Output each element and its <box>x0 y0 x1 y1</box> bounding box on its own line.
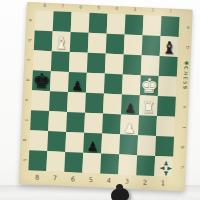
square-b2[interactable] <box>142 35 161 56</box>
coord-label: 2 <box>136 179 154 186</box>
coord-label: 8 <box>28 174 46 181</box>
square-a1[interactable] <box>161 16 180 37</box>
square-f1[interactable] <box>156 116 175 137</box>
piece-white-pawn[interactable]: ♟ <box>123 122 135 136</box>
coord-label: 2 <box>144 8 162 15</box>
piece-white-rook[interactable]: ♜ <box>141 100 155 116</box>
square-e1[interactable] <box>157 96 176 117</box>
square-e7[interactable] <box>49 91 68 112</box>
square-d3[interactable] <box>122 74 141 95</box>
square-f5[interactable] <box>84 113 103 134</box>
chessboard: 87654321 87654321 abcdefgh abcdefgh ◉ CH… <box>19 2 193 191</box>
square-e8[interactable] <box>31 90 50 111</box>
coord-label: 4 <box>100 178 118 185</box>
square-h7[interactable] <box>46 151 65 172</box>
square-e3[interactable]: ♟ <box>121 94 140 115</box>
square-c7[interactable] <box>51 51 70 72</box>
square-h6[interactable] <box>64 152 83 173</box>
square-a5[interactable] <box>89 13 108 34</box>
square-g7[interactable] <box>47 131 66 152</box>
square-b1[interactable]: ♝ <box>160 36 179 57</box>
square-g1[interactable] <box>155 136 174 157</box>
piece-black-pawn[interactable]: ♟ <box>124 102 136 116</box>
coord-label: a <box>178 23 198 32</box>
coord-label: 4 <box>108 7 126 14</box>
corner-logo-icon: ♟♟♟♟ <box>158 160 173 177</box>
coord-label: 7 <box>54 4 72 11</box>
square-f2[interactable] <box>138 115 157 136</box>
square-h4[interactable] <box>100 154 119 175</box>
square-b4[interactable] <box>106 34 125 55</box>
square-f6[interactable] <box>66 112 85 133</box>
square-g2[interactable] <box>137 135 156 156</box>
square-d5[interactable] <box>86 73 105 94</box>
square-d7[interactable] <box>50 71 69 92</box>
square-c3[interactable] <box>123 54 142 75</box>
square-e2[interactable]: ♜ <box>139 95 158 116</box>
square-h2[interactable] <box>136 155 155 176</box>
square-g6[interactable] <box>65 132 84 153</box>
square-c6[interactable] <box>69 52 88 73</box>
coord-label: 5 <box>90 6 108 13</box>
square-e4[interactable] <box>103 94 122 115</box>
coord-label: e <box>174 103 194 112</box>
square-f8[interactable] <box>30 110 49 131</box>
piece-black-pawn[interactable]: ♟ <box>71 79 83 93</box>
square-h3[interactable] <box>118 154 137 175</box>
square-e6[interactable] <box>67 92 86 113</box>
coord-label: f <box>173 123 193 132</box>
coord-label: h <box>171 163 191 172</box>
square-b6[interactable] <box>70 32 89 53</box>
square-d4[interactable] <box>104 74 123 95</box>
square-b5[interactable] <box>88 33 107 54</box>
square-g3[interactable] <box>119 134 138 155</box>
coord-label: 3 <box>126 7 144 14</box>
brand-label: CHESS <box>182 66 189 91</box>
square-e5[interactable] <box>85 93 104 114</box>
square-b7[interactable]: ♝ <box>52 31 71 52</box>
piece-white-bishop[interactable]: ♝ <box>53 34 69 52</box>
coord-label: 1 <box>162 9 180 16</box>
brand-logo-icon: ◉ <box>183 59 189 65</box>
coord-label: 1 <box>154 180 172 187</box>
square-b8[interactable] <box>34 30 53 51</box>
square-f3[interactable]: ♟ <box>120 114 139 135</box>
square-h5[interactable] <box>82 153 101 174</box>
piece-black-pawn[interactable]: ♟ <box>86 140 98 154</box>
piece-black-king[interactable]: ♚ <box>32 70 51 91</box>
piece-black-bishop[interactable]: ♝ <box>161 39 177 57</box>
square-a8[interactable] <box>35 10 54 31</box>
coord-label: g <box>172 143 192 152</box>
square-h8[interactable] <box>28 150 47 171</box>
photo-scene: 87654321 87654321 abcdefgh abcdefgh ◉ CH… <box>0 0 200 200</box>
square-a4[interactable] <box>107 14 126 35</box>
square-f4[interactable] <box>102 114 121 135</box>
square-d2[interactable]: ♚ <box>140 75 159 96</box>
square-g8[interactable] <box>29 130 48 151</box>
square-b3[interactable] <box>124 34 143 55</box>
file-labels-right: abcdefgh <box>177 17 192 177</box>
coord-label: 8 <box>36 3 54 10</box>
square-a2[interactable] <box>143 15 162 36</box>
coord-label: 5 <box>82 177 100 184</box>
coord-label: 6 <box>72 5 90 12</box>
square-g4[interactable] <box>101 134 120 155</box>
square-d8[interactable]: ♚ <box>32 70 51 91</box>
square-h1[interactable]: ♟♟♟♟ <box>154 156 173 177</box>
coord-label: 6 <box>64 176 82 183</box>
coord-label: 7 <box>46 175 64 182</box>
coord-label: b <box>177 43 197 52</box>
square-c1[interactable] <box>159 56 178 77</box>
square-g5[interactable]: ♟ <box>83 133 102 154</box>
square-f7[interactable] <box>48 111 67 132</box>
square-c4[interactable] <box>105 54 124 75</box>
square-a7[interactable] <box>53 11 72 32</box>
square-a3[interactable] <box>125 14 144 35</box>
square-d1[interactable] <box>158 76 177 97</box>
square-a6[interactable] <box>71 12 90 33</box>
square-c5[interactable] <box>87 53 106 74</box>
board-grid: ♝♝♚♟♚♟♜♟♟♟♟♟♟ <box>28 10 179 176</box>
square-d6[interactable]: ♟ <box>68 72 87 93</box>
piece-white-king[interactable]: ♚ <box>140 75 159 96</box>
